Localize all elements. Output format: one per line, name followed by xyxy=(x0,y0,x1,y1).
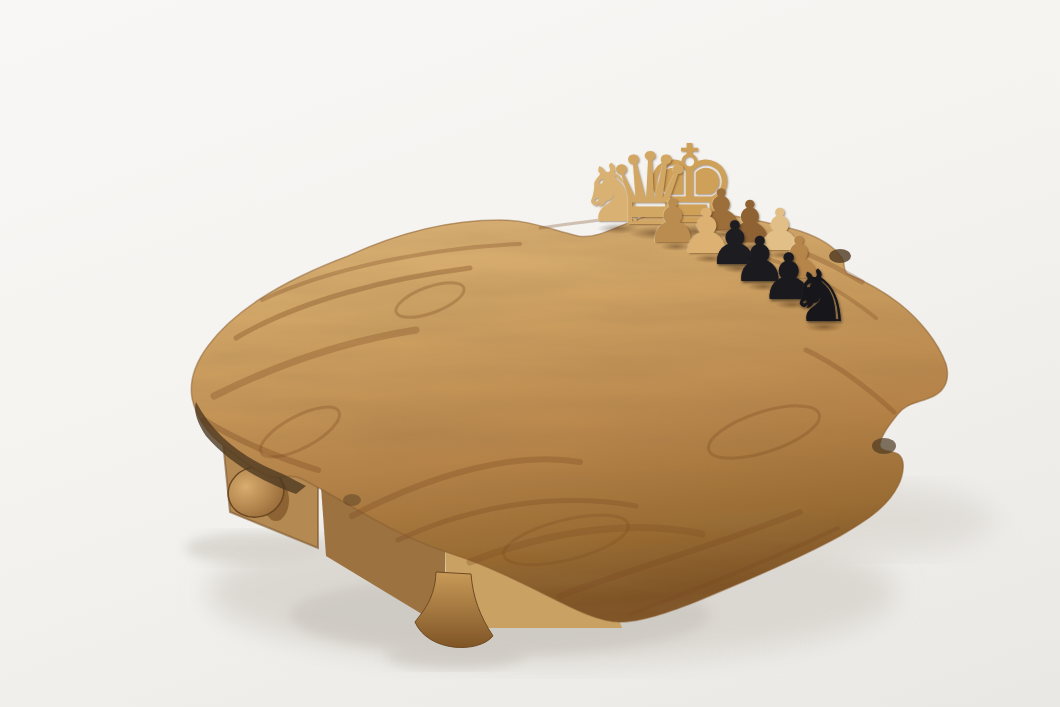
olive-wood-chess-table xyxy=(0,0,1060,707)
photo-backdrop: ♞♚♛♟♟♟♟♟♟♟♟♟♞ xyxy=(0,0,1060,707)
piece-black-knight[interactable]: ♞ xyxy=(788,260,853,332)
